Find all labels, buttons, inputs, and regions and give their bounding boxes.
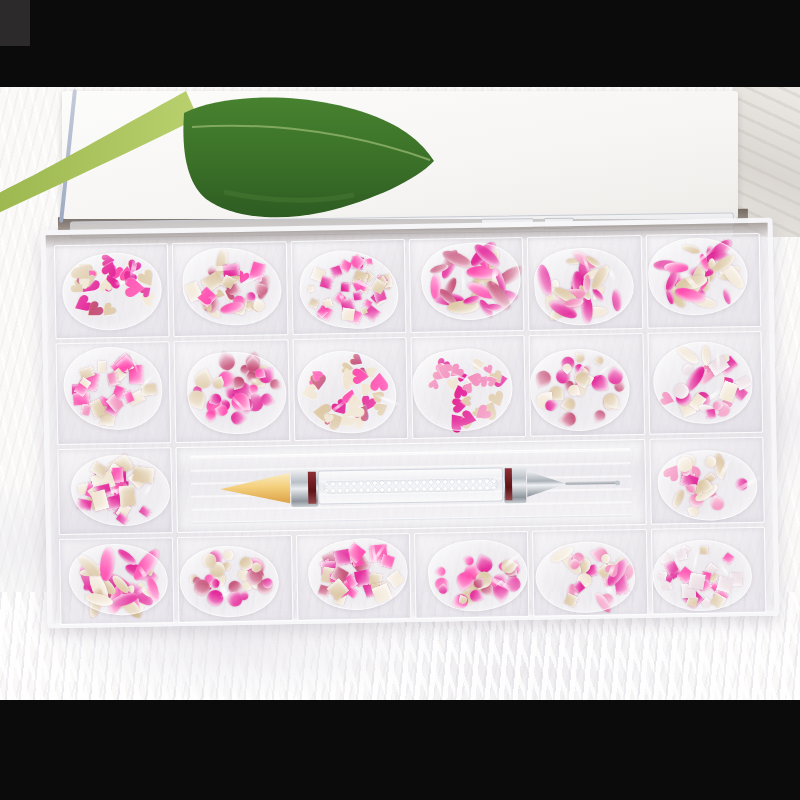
leaf-stem [0,91,198,215]
compartment-r4c6 [651,527,767,615]
compartment-r2c5 [529,333,645,437]
compartment-r4c5: ♥ [532,529,648,617]
organizer-box: ♥♥♥♥♥♥♥♥♥♥♥♥♥♥♥♥♥♥♥♥♥♥♥♥♥♥♥♥♥♥♥♥♥♥♥♥♥♥♥♥… [41,218,780,629]
top-letterbox-bar [0,0,800,87]
compartment-r4c3 [296,533,412,621]
compartment-r2c1 [56,341,172,445]
corner-notch [0,0,30,46]
compartment-r1c4 [409,237,525,333]
compartment-r4c4 [414,531,530,619]
pen-ring [308,472,316,504]
bottom-letterbox-bar [0,700,800,800]
compartment-r4c1 [59,537,175,625]
pen-ferrule-left [291,469,318,507]
compartment-r2c2 [174,339,290,443]
product-photo: ♥♥♥♥♥♥♥♥♥♥♥♥♥♥♥♥♥♥♥♥♥♥♥♥♥♥♥♥♥♥♥♥♥♥♥♥♥♥♥♥… [0,0,800,800]
pen-barrel [318,467,503,504]
pen-cone [527,470,567,497]
compartment-r4c2 [177,535,293,623]
plastic-bag-film [186,351,286,434]
pen-crystal-filling [323,478,498,494]
compartment-r1c2: ♥♥♥♥♥♥♥ [172,241,288,337]
pen-needle-tip [565,481,618,485]
compartment-r1c1: ♥♥♥♥♥♥♥♥♥♥♥♥♥♥♥♥♥♥♥♥♥♥♥♥ [54,243,170,339]
compartment-r2c3: ♥♥♥♥♥♥♥♥♥♥♥♥♥♥♥♥♥♥♥♥♥♥♥♥♥♥♥♥ [292,337,408,441]
leaf [0,87,456,229]
photo-background-fur: ♥♥♥♥♥♥♥♥♥♥♥♥♥♥♥♥♥♥♥♥♥♥♥♥♥♥♥♥♥♥♥♥♥♥♥♥♥♥♥♥… [0,87,800,700]
pen-ring [505,468,512,500]
compartment-r1c3 [290,239,406,335]
pen-ferrule-right [504,465,527,503]
compartment-r2c6: ♥♥♥♥ [647,331,763,435]
pen-tray [176,439,647,533]
compartment-r3c1 [57,447,173,535]
wax-tip [220,472,291,505]
compartment-r1c5 [527,235,643,331]
compartment-r2c4: ♥♥♥♥♥♥♥♥♥♥♥♥♥♥♥♥♥♥♥♥♥♥♥♥♥♥ [410,335,526,439]
compartment-r3c6: ♥♥ [649,437,765,525]
wax-dotting-pen [193,463,633,509]
compartment-r1c6 [645,233,761,329]
